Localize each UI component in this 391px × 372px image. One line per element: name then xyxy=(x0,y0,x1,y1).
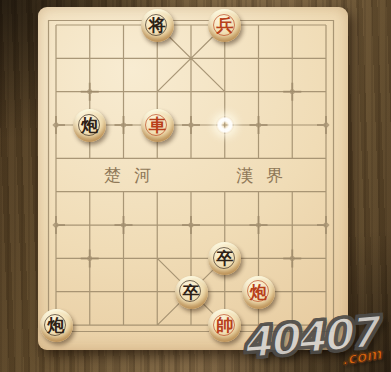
piece-glyph: 炮 xyxy=(40,309,73,342)
river-label-right: 漢界 xyxy=(236,165,296,185)
piece-red-general[interactable]: 帥 xyxy=(208,309,241,342)
piece-black-soldier[interactable]: 卒 xyxy=(208,242,241,275)
piece-black-cannon[interactable]: 炮 xyxy=(73,109,106,142)
piece-red-cannon[interactable]: 炮 xyxy=(242,276,275,309)
piece-glyph: 炮 xyxy=(73,109,106,142)
piece-glyph: 炮 xyxy=(242,276,275,309)
piece-glyph: 卒 xyxy=(208,242,241,275)
piece-glyph: 帥 xyxy=(208,309,241,342)
piece-glyph: 兵 xyxy=(208,9,241,42)
piece-glyph: 将 xyxy=(141,9,174,42)
piece-black-general[interactable]: 将 xyxy=(141,9,174,42)
game-screen: 楚河 漢界 将兵炮車卒卒炮帥炮 40407 .com xyxy=(0,0,391,372)
river-label-left: 楚河 xyxy=(104,165,164,185)
piece-red-chariot[interactable]: 車 xyxy=(141,109,174,142)
piece-red-soldier[interactable]: 兵 xyxy=(208,9,241,42)
piece-black-soldier[interactable]: 卒 xyxy=(175,276,208,309)
piece-black-cannon[interactable]: 炮 xyxy=(40,309,73,342)
watermark-suffix: .com xyxy=(341,345,384,369)
piece-glyph: 卒 xyxy=(175,276,208,309)
piece-glyph: 車 xyxy=(141,109,174,142)
move-indicator-dot[interactable] xyxy=(216,116,234,134)
